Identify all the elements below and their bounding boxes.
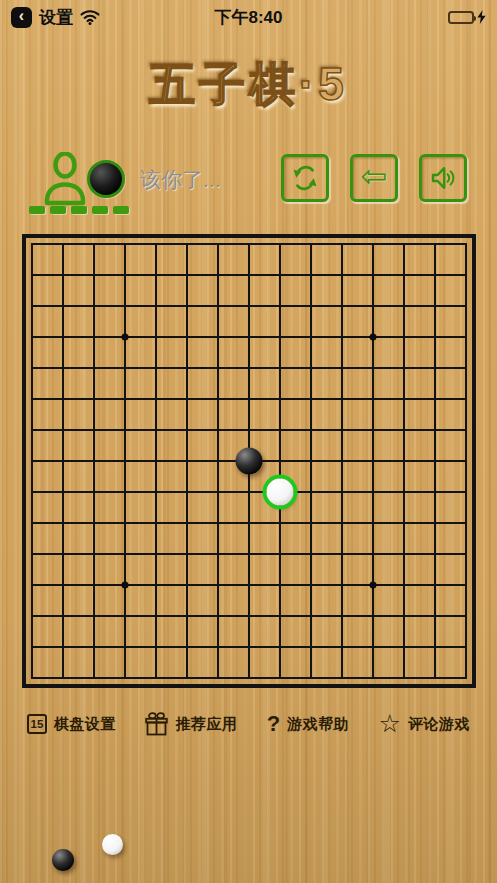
board-cell[interactable] [157, 400, 188, 431]
board-cell[interactable] [188, 400, 219, 431]
board-cell[interactable] [219, 555, 250, 586]
board-cell[interactable] [157, 245, 188, 276]
board-cell[interactable] [281, 338, 312, 369]
board-cell[interactable] [157, 648, 188, 679]
board-cell[interactable] [281, 555, 312, 586]
board-cell[interactable] [64, 648, 95, 679]
board-cell[interactable] [188, 276, 219, 307]
board-cell[interactable] [188, 462, 219, 493]
board-cell[interactable] [126, 245, 157, 276]
board-cell[interactable] [374, 524, 405, 555]
board-cell[interactable] [405, 369, 436, 400]
board-cell[interactable] [343, 276, 374, 307]
board-cell[interactable] [374, 276, 405, 307]
board-cell[interactable] [219, 307, 250, 338]
undo-arrow-icon: ⇦ [361, 160, 388, 192]
board-cell[interactable] [250, 245, 281, 276]
menu-item-game-help[interactable]: ? 游戏帮助 [267, 713, 349, 735]
star-icon: ☆ [379, 711, 401, 736]
board-cell[interactable] [64, 245, 95, 276]
page-title: 五子棋·5 [0, 54, 497, 116]
board-cell[interactable] [250, 617, 281, 648]
board-cell[interactable] [219, 617, 250, 648]
board-cell[interactable] [64, 617, 95, 648]
board-cell[interactable] [126, 493, 157, 524]
status-bar: 下午8:40 ‹ 设置 [0, 0, 497, 34]
star-point [121, 334, 128, 341]
board-cell[interactable] [436, 338, 467, 369]
board-cell[interactable] [281, 648, 312, 679]
board-cell[interactable] [157, 369, 188, 400]
progress-dash [71, 206, 87, 214]
board-cell[interactable] [126, 369, 157, 400]
question-mark-icon: ? [267, 713, 280, 735]
board-cell[interactable] [312, 431, 343, 462]
board-cell[interactable] [219, 648, 250, 679]
board-cell[interactable] [374, 617, 405, 648]
board-cell[interactable] [343, 245, 374, 276]
board-cell[interactable] [436, 648, 467, 679]
board-cell[interactable] [250, 555, 281, 586]
restart-icon [291, 164, 319, 192]
gift-icon [145, 712, 168, 736]
board-cell[interactable] [436, 245, 467, 276]
board-cell[interactable] [188, 493, 219, 524]
game-board: ●○ [22, 234, 476, 688]
board-cell[interactable] [405, 338, 436, 369]
board-cell[interactable] [405, 493, 436, 524]
board-cell[interactable] [64, 462, 95, 493]
board-cell[interactable] [219, 338, 250, 369]
board-cell[interactable] [126, 586, 157, 617]
progress-dash [29, 206, 45, 214]
sound-icon [429, 164, 457, 192]
board-cell[interactable] [64, 431, 95, 462]
board-cell[interactable] [374, 338, 405, 369]
board-cell[interactable] [157, 555, 188, 586]
board-cell[interactable] [374, 493, 405, 524]
board-cell[interactable] [64, 307, 95, 338]
bottom-menu: 15 棋盘设置 推荐应用 ? 游戏帮助 ☆ 评论游戏 [0, 703, 497, 745]
menu-item-board-settings[interactable]: 15 棋盘设置 [27, 714, 116, 734]
sound-button[interactable] [419, 154, 467, 202]
board-grid: ●○ [31, 243, 467, 679]
board-cell[interactable] [64, 276, 95, 307]
board-cell[interactable] [312, 338, 343, 369]
board-cell[interactable] [33, 555, 64, 586]
board-cell[interactable] [312, 524, 343, 555]
board-cell[interactable] [250, 648, 281, 679]
progress-dash [50, 206, 66, 214]
board-cell[interactable] [126, 648, 157, 679]
board-cell[interactable] [436, 586, 467, 617]
board-cell[interactable] [250, 338, 281, 369]
board-cell[interactable] [64, 369, 95, 400]
board-cell[interactable] [126, 400, 157, 431]
board-cell[interactable] [219, 276, 250, 307]
board-cell[interactable] [33, 462, 64, 493]
board-cell[interactable] [374, 307, 405, 338]
board-cell[interactable] [33, 307, 64, 338]
board-cell[interactable] [95, 431, 126, 462]
board-cell[interactable] [281, 524, 312, 555]
back-button[interactable]: ‹ [11, 7, 32, 28]
board-cell[interactable] [405, 245, 436, 276]
board-cell[interactable] [64, 586, 95, 617]
board-cell[interactable] [219, 245, 250, 276]
board-cell[interactable] [126, 307, 157, 338]
board-cell[interactable] [312, 462, 343, 493]
board-cell[interactable] [157, 524, 188, 555]
board-cell[interactable] [312, 493, 343, 524]
board-cell[interactable] [33, 338, 64, 369]
board-cell[interactable] [405, 431, 436, 462]
board-cell[interactable] [95, 369, 126, 400]
board-cell[interactable] [188, 586, 219, 617]
star-point [369, 334, 376, 341]
back-label[interactable]: 设置 [39, 6, 73, 29]
player-icon [44, 152, 86, 206]
board-cell[interactable] [33, 369, 64, 400]
board-cell[interactable] [157, 276, 188, 307]
board-cell[interactable] [157, 586, 188, 617]
board-cell[interactable] [343, 555, 374, 586]
board-cell[interactable] [188, 245, 219, 276]
board-cell[interactable] [281, 586, 312, 617]
board-cell[interactable] [126, 276, 157, 307]
board-cell[interactable] [188, 338, 219, 369]
board-cell[interactable] [281, 276, 312, 307]
board-cell[interactable] [33, 586, 64, 617]
board-cell[interactable] [219, 524, 250, 555]
board-cell[interactable] [157, 307, 188, 338]
board-cell[interactable] [312, 276, 343, 307]
board-cell[interactable] [126, 524, 157, 555]
menu-item-rate-game[interactable]: ☆ 评论游戏 [379, 712, 470, 737]
board-cell[interactable] [250, 586, 281, 617]
board-cell[interactable] [95, 276, 126, 307]
board-cell[interactable] [374, 431, 405, 462]
board-cell[interactable] [436, 276, 467, 307]
battery-icon [448, 11, 474, 24]
board-cell[interactable] [95, 400, 126, 431]
board-cell[interactable] [33, 245, 64, 276]
board-cell[interactable] [95, 338, 126, 369]
board-cell[interactable] [157, 338, 188, 369]
restart-button[interactable] [281, 154, 329, 202]
board-cell[interactable] [219, 493, 250, 524]
current-player-stone [87, 160, 125, 198]
board-cell[interactable] [312, 369, 343, 400]
board-cell[interactable] [281, 245, 312, 276]
board-cell[interactable] [64, 493, 95, 524]
board-cell[interactable] [405, 586, 436, 617]
board-cell[interactable] [281, 617, 312, 648]
board-cell[interactable] [343, 493, 374, 524]
board-cell[interactable] [312, 586, 343, 617]
board-cell[interactable] [95, 617, 126, 648]
menu-label: 棋盘设置 [54, 715, 116, 734]
board-cell[interactable] [405, 307, 436, 338]
board-cell[interactable] [436, 493, 467, 524]
board-cell[interactable] [188, 369, 219, 400]
board-cell[interactable] [64, 400, 95, 431]
board-cell[interactable] [374, 245, 405, 276]
board-cell[interactable] [188, 555, 219, 586]
board-cell[interactable] [33, 493, 64, 524]
board-cell[interactable] [219, 586, 250, 617]
board-cell[interactable] [281, 307, 312, 338]
white-stone: ○ [266, 479, 293, 506]
board-cell[interactable] [157, 431, 188, 462]
board-cell[interactable] [250, 276, 281, 307]
board-cell[interactable] [405, 276, 436, 307]
board-cell[interactable] [405, 524, 436, 555]
menu-item-recommended-apps[interactable]: 推荐应用 [145, 712, 237, 736]
board-cell[interactable] [64, 524, 95, 555]
board-cell[interactable] [374, 555, 405, 586]
board-cell[interactable] [343, 462, 374, 493]
board-cell[interactable] [281, 400, 312, 431]
board-cell[interactable] [343, 400, 374, 431]
board-cell[interactable] [436, 369, 467, 400]
board-cell[interactable] [374, 369, 405, 400]
board-cell[interactable] [312, 400, 343, 431]
board-cell[interactable] [405, 555, 436, 586]
board-cell[interactable] [126, 617, 157, 648]
board-cell[interactable] [188, 617, 219, 648]
black-stone: ● [235, 448, 262, 475]
decorative-black-stone [52, 849, 74, 871]
board-cell[interactable] [312, 648, 343, 679]
board-cell[interactable] [312, 245, 343, 276]
turn-message: 该你了... [140, 166, 221, 194]
board-cell[interactable] [33, 648, 64, 679]
board-cell[interactable] [343, 307, 374, 338]
board-cell[interactable] [312, 307, 343, 338]
menu-label: 推荐应用 [175, 715, 237, 734]
board-cell[interactable] [281, 431, 312, 462]
board-cell[interactable] [312, 555, 343, 586]
board-cell[interactable] [188, 431, 219, 462]
board-cell[interactable] [95, 245, 126, 276]
board-cell[interactable] [343, 524, 374, 555]
board-cell[interactable] [157, 462, 188, 493]
board-cell[interactable] [33, 400, 64, 431]
board-cell[interactable] [126, 431, 157, 462]
turn-progress-dashes [29, 206, 129, 214]
board-cell[interactable] [33, 524, 64, 555]
progress-dash [92, 206, 108, 214]
board-cell[interactable] [188, 524, 219, 555]
board-cell[interactable] [126, 338, 157, 369]
board-cell[interactable] [405, 462, 436, 493]
board-cell[interactable] [126, 462, 157, 493]
board-cell[interactable] [405, 617, 436, 648]
board-cell[interactable] [250, 400, 281, 431]
board-cell[interactable] [95, 493, 126, 524]
board-cell[interactable] [343, 431, 374, 462]
board-cell[interactable] [436, 555, 467, 586]
board-cell[interactable] [64, 338, 95, 369]
board-cell[interactable] [95, 462, 126, 493]
progress-dash [113, 206, 129, 214]
star-point [369, 582, 376, 589]
undo-button[interactable]: ⇦ [350, 154, 398, 202]
board-cell[interactable] [250, 524, 281, 555]
board-cell[interactable] [95, 586, 126, 617]
board-cell[interactable] [188, 648, 219, 679]
board-size-icon: 15 [27, 714, 47, 734]
board-cell[interactable] [126, 555, 157, 586]
board-cell[interactable] [250, 369, 281, 400]
menu-label: 评论游戏 [408, 715, 470, 734]
board-cell[interactable] [64, 555, 95, 586]
board-cell[interactable] [312, 617, 343, 648]
board-cell[interactable] [436, 400, 467, 431]
app-screen: 下午8:40 ‹ 设置 五子棋·5 该你了.. [0, 0, 497, 883]
board-cell[interactable] [33, 276, 64, 307]
board-cell[interactable] [436, 307, 467, 338]
turn-panel: 该你了... ⇦ [0, 148, 497, 210]
board-cell[interactable] [436, 524, 467, 555]
board-cell[interactable] [250, 307, 281, 338]
board-cell[interactable] [95, 524, 126, 555]
board-cell[interactable] [343, 338, 374, 369]
board-cell[interactable] [95, 648, 126, 679]
board-cell[interactable] [157, 493, 188, 524]
board-cell[interactable] [374, 400, 405, 431]
board-cell[interactable] [281, 369, 312, 400]
board-cell[interactable] [343, 648, 374, 679]
wifi-icon [80, 10, 100, 25]
board-cell[interactable] [436, 617, 467, 648]
star-point [121, 582, 128, 589]
board-cell[interactable] [436, 431, 467, 462]
board-cell[interactable] [95, 555, 126, 586]
board-cell[interactable] [405, 400, 436, 431]
board-cell[interactable] [436, 462, 467, 493]
board-cell[interactable] [219, 369, 250, 400]
board-cell[interactable] [343, 369, 374, 400]
board-cell[interactable] [374, 586, 405, 617]
board-cell[interactable] [188, 307, 219, 338]
board-cell[interactable] [95, 307, 126, 338]
board-cell[interactable] [219, 400, 250, 431]
charging-bolt-icon [477, 10, 486, 24]
decorative-white-stone [102, 834, 123, 855]
back-chevron-icon: ‹ [19, 8, 24, 24]
board-cell[interactable] [343, 617, 374, 648]
board-cell[interactable] [33, 431, 64, 462]
board-cell[interactable] [374, 648, 405, 679]
board-cell[interactable] [343, 586, 374, 617]
board-cell[interactable] [405, 648, 436, 679]
menu-label: 游戏帮助 [287, 715, 349, 734]
board-cell[interactable] [374, 462, 405, 493]
board-cell[interactable] [33, 617, 64, 648]
board-cell[interactable] [157, 617, 188, 648]
